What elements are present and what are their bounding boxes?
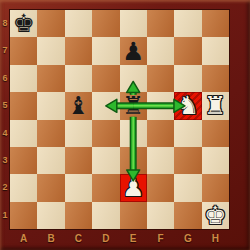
square-d2[interactable] (92, 174, 119, 201)
square-a7[interactable] (10, 37, 37, 64)
black-pawn[interactable]: ♟ (122, 39, 144, 64)
square-g2[interactable] (174, 174, 201, 201)
square-h5[interactable]: ♜ (202, 92, 229, 119)
square-b2[interactable] (37, 174, 64, 201)
chess-board: ♚♟♝♜♞♜♟♚ (10, 10, 229, 229)
square-c7[interactable] (65, 37, 92, 64)
square-b4[interactable] (37, 120, 64, 147)
file-label-a: A (10, 231, 37, 246)
file-label-b: B (37, 231, 64, 246)
square-d4[interactable] (92, 120, 119, 147)
square-d8[interactable] (92, 10, 119, 37)
square-b1[interactable] (37, 202, 64, 229)
square-c3[interactable] (65, 147, 92, 174)
square-g6[interactable] (174, 65, 201, 92)
square-g3[interactable] (174, 147, 201, 174)
square-e3[interactable] (120, 147, 147, 174)
square-f5[interactable] (147, 92, 174, 119)
rank-label-6: 6 (0, 65, 10, 92)
square-e1[interactable] (120, 202, 147, 229)
square-f2[interactable] (147, 174, 174, 201)
square-h6[interactable] (202, 65, 229, 92)
square-h7[interactable] (202, 37, 229, 64)
square-d3[interactable] (92, 147, 119, 174)
square-e4[interactable] (120, 120, 147, 147)
square-c6[interactable] (65, 65, 92, 92)
square-b3[interactable] (37, 147, 64, 174)
square-e8[interactable] (120, 10, 147, 37)
square-h1[interactable]: ♚ (202, 202, 229, 229)
rank-label-2: 2 (0, 174, 10, 201)
square-c1[interactable] (65, 202, 92, 229)
file-label-f: F (147, 231, 174, 246)
square-d6[interactable] (92, 65, 119, 92)
square-e6[interactable] (120, 65, 147, 92)
square-f8[interactable] (147, 10, 174, 37)
square-a2[interactable] (10, 174, 37, 201)
square-h3[interactable] (202, 147, 229, 174)
square-c4[interactable] (65, 120, 92, 147)
square-g1[interactable] (174, 202, 201, 229)
square-d5[interactable] (92, 92, 119, 119)
white-king[interactable]: ♚ (204, 203, 226, 228)
square-a5[interactable] (10, 92, 37, 119)
white-knight[interactable]: ♞ (177, 93, 199, 118)
square-d1[interactable] (92, 202, 119, 229)
square-f6[interactable] (147, 65, 174, 92)
square-h2[interactable] (202, 174, 229, 201)
white-rook[interactable]: ♜ (204, 93, 226, 118)
rank-label-8: 8 (0, 10, 10, 37)
file-label-c: C (65, 231, 92, 246)
square-a3[interactable] (10, 147, 37, 174)
square-e7[interactable]: ♟ (120, 37, 147, 64)
square-b6[interactable] (37, 65, 64, 92)
rank-label-5: 5 (0, 92, 10, 119)
square-d7[interactable] (92, 37, 119, 64)
white-pawn[interactable]: ♟ (122, 175, 144, 200)
black-rook[interactable]: ♜ (122, 93, 144, 118)
square-f1[interactable] (147, 202, 174, 229)
square-g5[interactable]: ♞ (174, 92, 201, 119)
black-bishop[interactable]: ♝ (67, 93, 89, 118)
square-a8[interactable]: ♚ (10, 10, 37, 37)
square-a6[interactable] (10, 65, 37, 92)
file-label-e: E (120, 231, 147, 246)
square-c5[interactable]: ♝ (65, 92, 92, 119)
square-g8[interactable] (174, 10, 201, 37)
square-g7[interactable] (174, 37, 201, 64)
square-f7[interactable] (147, 37, 174, 64)
square-h4[interactable] (202, 120, 229, 147)
square-a1[interactable] (10, 202, 37, 229)
square-c8[interactable] (65, 10, 92, 37)
square-g4[interactable] (174, 120, 201, 147)
rank-label-3: 3 (0, 147, 10, 174)
square-c2[interactable] (65, 174, 92, 201)
black-king[interactable]: ♚ (12, 11, 34, 36)
square-b5[interactable] (37, 92, 64, 119)
square-b8[interactable] (37, 10, 64, 37)
square-f4[interactable] (147, 120, 174, 147)
rank-label-1: 1 (0, 202, 10, 229)
file-label-d: D (92, 231, 119, 246)
rank-label-7: 7 (0, 37, 10, 64)
square-h8[interactable] (202, 10, 229, 37)
file-label-g: G (174, 231, 201, 246)
square-a4[interactable] (10, 120, 37, 147)
square-e2[interactable]: ♟ (120, 174, 147, 201)
square-b7[interactable] (37, 37, 64, 64)
board-frame: ♚♟♝♜♞♜♟♚ ABCDEFGH87654321 (0, 0, 250, 250)
square-f3[interactable] (147, 147, 174, 174)
square-e5[interactable]: ♜ (120, 92, 147, 119)
rank-label-4: 4 (0, 120, 10, 147)
file-label-h: H (202, 231, 229, 246)
